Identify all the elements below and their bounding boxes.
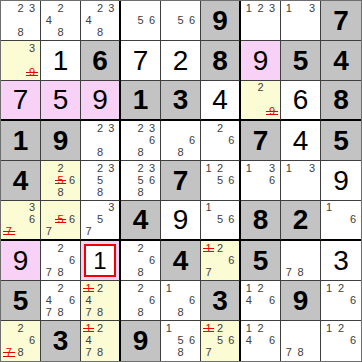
candidate-3: 3: [266, 2, 278, 14]
empty-candidate-slot: [186, 2, 198, 14]
cell-r6c5[interactable]: 9: [161, 201, 201, 241]
candidate-1: 1: [243, 282, 255, 294]
empty-candidate-slot: [146, 26, 158, 38]
cell-r5c9[interactable]: 9: [321, 161, 361, 201]
candidate-3: 3: [106, 202, 117, 214]
cell-r5c2[interactable]: 2568: [41, 161, 81, 201]
candidate-8: 8: [175, 347, 187, 359]
candidate-6: 6: [66, 294, 78, 306]
cell-r3c3[interactable]: 9: [81, 81, 121, 121]
cell-r7c2[interactable]: 2678: [41, 241, 81, 281]
cell-r6c6[interactable]: 156: [201, 201, 241, 241]
empty-candidate-slot: [323, 225, 335, 237]
empty-candidate-slot: [203, 134, 214, 146]
empty-candidate-slot: [335, 202, 347, 214]
candidates: 78: [281, 241, 320, 280]
cell-r6c7[interactable]: 8: [241, 201, 281, 241]
candidate-6: 6: [266, 334, 278, 346]
candidates: 13: [281, 1, 320, 40]
empty-candidate-slot: [255, 26, 267, 38]
empty-candidate-slot: [283, 26, 295, 38]
cell-r2c3[interactable]: 6: [81, 41, 121, 81]
given-digit: 9: [281, 281, 320, 320]
empty-candidate-slot: [135, 2, 147, 14]
empty-candidate-slot: [214, 186, 225, 198]
given-digit: 9: [201, 1, 239, 40]
candidate-5: 5: [175, 334, 187, 346]
candidate-1: 1: [323, 282, 335, 294]
cell-r8c3[interactable]: 12478: [81, 281, 121, 321]
empty-candidate-slot: [255, 294, 267, 306]
candidate-6: 6: [146, 294, 158, 306]
cell-r3c6[interactable]: 4: [201, 81, 241, 121]
eliminated-candidate-1: 1: [203, 242, 214, 254]
empty-candidate-slot: [146, 266, 158, 278]
cell-r1c9[interactable]: 7: [321, 1, 361, 41]
cell-r4c7[interactable]: 7: [241, 121, 281, 161]
empty-candidate-slot: [163, 14, 175, 26]
cell-r9c1[interactable]: 2678: [1, 321, 41, 361]
empty-candidate-slot: [26, 14, 38, 26]
cell-r9c6[interactable]: 12567: [201, 321, 241, 361]
empty-candidate-slot: [94, 14, 105, 26]
candidate-6: 6: [186, 14, 198, 26]
empty-candidate-slot: [123, 282, 135, 294]
cell-r9c7[interactable]: 1246: [241, 321, 281, 361]
empty-candidate-slot: [43, 162, 55, 174]
empty-candidate-slot: [255, 162, 267, 174]
cell-r3c8[interactable]: 6: [281, 81, 321, 121]
cell-r8c4[interactable]: 268: [121, 281, 161, 321]
cell-r7c8[interactable]: 78: [281, 241, 321, 281]
candidates: 56: [121, 1, 160, 40]
cell-r1c2[interactable]: 248: [41, 1, 81, 41]
empty-candidate-slot: [106, 214, 117, 226]
given-digit: 8: [321, 81, 361, 119]
candidate-2: 2: [55, 282, 67, 294]
empty-candidate-slot: [214, 266, 225, 278]
candidates: 12478: [81, 321, 119, 361]
candidate-2: 2: [94, 322, 105, 334]
cell-r8c2[interactable]: 24678: [41, 281, 81, 321]
cell-r3c1[interactable]: 7: [1, 81, 41, 121]
cell-r9c3[interactable]: 12478: [81, 321, 121, 361]
candidate-2: 2: [335, 282, 347, 294]
empty-candidate-slot: [94, 225, 105, 237]
empty-candidate-slot: [83, 26, 94, 38]
cell-r9c2[interactable]: 3: [41, 321, 81, 361]
candidates: 2348: [81, 1, 119, 40]
cell-r7c4[interactable]: 268: [121, 241, 161, 281]
empty-candidate-slot: [26, 54, 38, 66]
candidate-6: 6: [186, 134, 198, 146]
empty-candidate-slot: [3, 42, 15, 54]
empty-candidate-slot: [26, 347, 38, 359]
solved-digit: 9: [321, 161, 361, 200]
eliminated-candidate-1: 1: [83, 282, 94, 294]
solved-digit: 9: [241, 41, 280, 80]
empty-candidate-slot: [106, 186, 117, 198]
empty-candidate-slot: [186, 306, 198, 318]
candidate-6: 6: [347, 294, 359, 306]
empty-candidate-slot: [3, 214, 15, 226]
candidate-3: 3: [146, 162, 158, 174]
cell-r2c9[interactable]: 4: [321, 41, 361, 81]
empty-candidate-slot: [243, 26, 255, 38]
empty-candidate-slot: [203, 225, 214, 237]
cell-r1c4[interactable]: 56: [121, 1, 161, 41]
candidate-6: 6: [26, 334, 38, 346]
empty-candidate-slot: [66, 306, 78, 318]
candidate-1: 1: [163, 322, 175, 334]
cell-r4c1[interactable]: 1: [1, 121, 41, 161]
candidate-6: 6: [226, 254, 237, 266]
cell-r5c6[interactable]: 1256: [201, 161, 241, 201]
empty-candidate-slot: [283, 186, 295, 198]
empty-candidate-slot: [283, 242, 295, 254]
cell-r1c1[interactable]: 238: [1, 1, 41, 41]
empty-candidate-slot: [106, 282, 117, 294]
cell-r7c9[interactable]: 3: [321, 241, 361, 281]
cell-r7c5[interactable]: 4: [161, 241, 201, 281]
empty-candidate-slot: [214, 134, 225, 146]
cell-r5c4[interactable]: 23568: [121, 161, 161, 201]
candidate-1: 1: [243, 322, 255, 334]
empty-candidate-slot: [186, 347, 198, 359]
cell-r5c3[interactable]: 2358: [81, 161, 121, 201]
cell-r2c8[interactable]: 5: [281, 41, 321, 81]
candidate-2: 2: [255, 282, 267, 294]
empty-candidate-slot: [243, 105, 255, 117]
empty-candidate-slot: [347, 202, 359, 214]
candidates: 2678: [1, 321, 40, 361]
cell-r9c9[interactable]: 126: [321, 321, 361, 361]
cell-r5c1[interactable]: 4: [1, 161, 41, 201]
given-digit: 6: [81, 41, 119, 80]
candidate-8: 8: [55, 306, 67, 318]
candidate-2: 2: [55, 242, 67, 254]
empty-candidate-slot: [203, 334, 214, 346]
candidate-7: 7: [83, 347, 94, 359]
empty-candidate-slot: [163, 306, 175, 318]
empty-candidate-slot: [163, 347, 175, 359]
empty-candidate-slot: [15, 214, 27, 226]
candidate-8: 8: [175, 306, 187, 318]
cell-r4c8[interactable]: 4: [281, 121, 321, 161]
eliminated-candidate-7: 7: [3, 225, 15, 237]
candidates: 1246: [241, 321, 280, 361]
empty-candidate-slot: [123, 122, 135, 134]
solved-digit: 5: [41, 81, 80, 119]
empty-candidate-slot: [283, 334, 295, 346]
candidate-6: 6: [226, 174, 237, 186]
empty-candidate-slot: [123, 254, 135, 266]
cell-r8c8[interactable]: 9: [281, 281, 321, 321]
cell-r2c5[interactable]: 2: [161, 41, 201, 81]
candidate-4: 4: [83, 334, 94, 346]
empty-candidate-slot: [283, 14, 295, 26]
empty-candidate-slot: [43, 186, 55, 198]
empty-candidate-slot: [66, 202, 78, 214]
cell-r8c9[interactable]: 126: [321, 281, 361, 321]
candidate-8: 8: [135, 306, 147, 318]
cell-r1c6[interactable]: 9: [201, 1, 241, 41]
cell-r9c5[interactable]: 1568: [161, 321, 201, 361]
solved-digit: 9: [1, 241, 40, 280]
solved-digit: 6: [281, 81, 320, 119]
empty-candidate-slot: [214, 347, 225, 359]
empty-candidate-slot: [135, 254, 147, 266]
cell-r4c3[interactable]: 238: [81, 121, 121, 161]
empty-candidate-slot: [323, 214, 335, 226]
candidate-1: 1: [163, 282, 175, 294]
cell-r6c4[interactable]: 4: [121, 201, 161, 241]
cell-r1c3[interactable]: 2348: [81, 1, 121, 41]
candidate-4: 4: [243, 334, 255, 346]
candidate-6: 6: [266, 174, 278, 186]
empty-candidate-slot: [3, 322, 15, 334]
candidates: 13: [281, 161, 320, 200]
cell-r4c5[interactable]: 68: [161, 121, 201, 161]
candidate-4: 4: [243, 294, 255, 306]
candidates: 268: [121, 241, 160, 280]
candidate-6: 6: [146, 254, 158, 266]
candidate-5: 5: [214, 214, 225, 226]
empty-candidate-slot: [3, 54, 15, 66]
given-digit: 5: [241, 241, 280, 280]
cell-r8c1[interactable]: 5: [1, 281, 41, 321]
candidate-2: 2: [94, 2, 105, 14]
cell-r4c9[interactable]: 5: [321, 121, 361, 161]
empty-candidate-slot: [295, 14, 307, 26]
candidate-8: 8: [94, 146, 105, 158]
empty-candidate-slot: [295, 26, 307, 38]
sudoku-board: 2382482348565691231373916728954759134296…: [0, 0, 362, 362]
empty-candidate-slot: [295, 162, 307, 174]
cell-r1c7[interactable]: 123: [241, 1, 281, 41]
candidates: 248: [41, 1, 80, 40]
cell-r6c9[interactable]: 16: [321, 201, 361, 241]
empty-candidate-slot: [3, 14, 15, 26]
cell-r8c5[interactable]: 168: [161, 281, 201, 321]
candidate-2: 2: [214, 122, 225, 134]
empty-candidate-slot: [66, 162, 78, 174]
cell-r3c2[interactable]: 5: [41, 81, 81, 121]
empty-candidate-slot: [243, 82, 255, 94]
empty-candidate-slot: [175, 2, 187, 14]
empty-candidate-slot: [243, 94, 255, 106]
candidate-1: 1: [243, 162, 255, 174]
empty-candidate-slot: [323, 334, 335, 346]
solved-digit: 1: [41, 41, 80, 80]
empty-candidate-slot: [226, 242, 237, 254]
empty-candidate-slot: [186, 122, 198, 134]
candidates: 1267: [201, 241, 239, 280]
empty-candidate-slot: [266, 26, 278, 38]
empty-candidate-slot: [335, 214, 347, 226]
cell-r5c5[interactable]: 7: [161, 161, 201, 201]
empty-candidate-slot: [3, 26, 15, 38]
cell-r2c2[interactable]: 1: [41, 41, 81, 81]
empty-candidate-slot: [214, 254, 225, 266]
cell-r3c5[interactable]: 3: [161, 81, 201, 121]
cell-r4c4[interactable]: 2368: [121, 121, 161, 161]
empty-candidate-slot: [226, 322, 237, 334]
empty-candidate-slot: [83, 186, 94, 198]
empty-candidate-slot: [186, 26, 198, 38]
empty-candidate-slot: [347, 306, 359, 318]
empty-candidate-slot: [106, 134, 117, 146]
empty-candidate-slot: [295, 334, 307, 346]
empty-candidate-slot: [43, 2, 55, 14]
empty-candidate-slot: [106, 26, 117, 38]
empty-candidate-slot: [43, 26, 55, 38]
cell-r6c3[interactable]: 357: [81, 201, 121, 241]
empty-candidate-slot: [123, 26, 135, 38]
candidate-7: 7: [83, 306, 94, 318]
cell-r5c8[interactable]: 13: [281, 161, 321, 201]
cell-r6c1[interactable]: 367: [1, 201, 41, 241]
empty-candidate-slot: [306, 242, 318, 254]
empty-candidate-slot: [306, 186, 318, 198]
empty-candidate-slot: [243, 306, 255, 318]
candidates: 1256: [201, 161, 239, 200]
candidate-8: 8: [94, 26, 105, 38]
empty-candidate-slot: [306, 14, 318, 26]
eliminated-candidate-1: 1: [203, 322, 214, 334]
candidate-2: 2: [55, 2, 67, 14]
candidate-8: 8: [135, 266, 147, 278]
solved-digit: 4: [201, 81, 239, 119]
cell-r3c9[interactable]: 8: [321, 81, 361, 121]
candidate-2: 2: [214, 322, 225, 334]
empty-candidate-slot: [175, 134, 187, 146]
cell-r7c3[interactable]: 1: [81, 241, 121, 281]
eliminated-candidate-1: 1: [83, 322, 94, 334]
empty-candidate-slot: [123, 294, 135, 306]
empty-candidate-slot: [226, 266, 237, 278]
empty-candidate-slot: [226, 202, 237, 214]
empty-candidate-slot: [255, 306, 267, 318]
empty-candidate-slot: [175, 26, 187, 38]
empty-candidate-slot: [323, 306, 335, 318]
candidate-6: 6: [66, 214, 78, 226]
empty-candidate-slot: [43, 174, 55, 186]
empty-candidate-slot: [55, 202, 67, 214]
cell-r9c8[interactable]: 78: [281, 321, 321, 361]
empty-candidate-slot: [295, 186, 307, 198]
candidate-2: 2: [15, 2, 27, 14]
empty-candidate-slot: [123, 134, 135, 146]
empty-candidate-slot: [295, 254, 307, 266]
cell-r3c7[interactable]: 29: [241, 81, 281, 121]
cell-r2c1[interactable]: 39: [1, 41, 41, 81]
candidate-6: 6: [347, 334, 359, 346]
empty-candidate-slot: [306, 266, 318, 278]
empty-candidate-slot: [55, 14, 67, 26]
empty-candidate-slot: [123, 174, 135, 186]
empty-candidate-slot: [123, 186, 135, 198]
empty-candidate-slot: [186, 146, 198, 158]
cell-r6c2[interactable]: 567: [41, 201, 81, 241]
candidate-7: 7: [43, 306, 55, 318]
cell-r2c7[interactable]: 9: [241, 41, 281, 81]
empty-candidate-slot: [123, 146, 135, 158]
candidates: 136: [241, 161, 280, 200]
candidate-4: 4: [83, 14, 94, 26]
cell-r9c4[interactable]: 9: [121, 321, 161, 361]
candidates: 26: [201, 121, 239, 160]
given-digit: 4: [321, 41, 361, 80]
cell-r7c7[interactable]: 5: [241, 241, 281, 281]
empty-candidate-slot: [15, 202, 27, 214]
cell-r5c7[interactable]: 136: [241, 161, 281, 201]
given-digit: 8: [241, 201, 280, 239]
candidate-6: 6: [186, 294, 198, 306]
cell-r1c8[interactable]: 13: [281, 1, 321, 41]
empty-candidate-slot: [55, 254, 67, 266]
candidates: 23568: [121, 161, 160, 200]
empty-candidate-slot: [15, 14, 27, 26]
empty-candidate-slot: [175, 122, 187, 134]
cell-r8c6[interactable]: 3: [201, 281, 241, 321]
cell-r2c4[interactable]: 7: [121, 41, 161, 81]
cell-r7c1[interactable]: 9: [1, 241, 41, 281]
empty-candidate-slot: [203, 254, 214, 266]
candidate-1: 1: [323, 322, 335, 334]
empty-candidate-slot: [175, 294, 187, 306]
cell-r1c5[interactable]: 56: [161, 1, 201, 41]
empty-candidate-slot: [106, 174, 117, 186]
cell-r6c8[interactable]: 2: [281, 201, 321, 241]
empty-candidate-slot: [203, 174, 214, 186]
candidate-1: 1: [203, 162, 214, 174]
given-digit: 5: [1, 281, 40, 320]
cell-r4c6[interactable]: 26: [201, 121, 241, 161]
empty-candidate-slot: [43, 202, 55, 214]
empty-candidate-slot: [226, 186, 237, 198]
cell-r3c4[interactable]: 1: [121, 81, 161, 121]
empty-candidate-slot: [26, 225, 38, 237]
cell-r7c6[interactable]: 1267: [201, 241, 241, 281]
given-digit: 5: [281, 41, 320, 80]
candidate-7: 7: [83, 225, 94, 237]
empty-candidate-slot: [335, 306, 347, 318]
empty-candidate-slot: [66, 26, 78, 38]
candidates: 12567: [201, 321, 239, 361]
empty-candidate-slot: [266, 282, 278, 294]
eliminated-candidate-9: 9: [26, 66, 38, 78]
candidate-2: 2: [94, 122, 105, 134]
empty-candidate-slot: [255, 334, 267, 346]
candidates: 123: [241, 1, 280, 40]
empty-candidate-slot: [163, 122, 175, 134]
candidates: 1246: [241, 281, 280, 320]
empty-candidate-slot: [295, 2, 307, 14]
given-digit: 4: [121, 201, 160, 239]
given-digit: 3: [41, 321, 80, 361]
candidate-8: 8: [295, 266, 307, 278]
empty-candidate-slot: [266, 306, 278, 318]
empty-candidate-slot: [106, 294, 117, 306]
cell-r8c7[interactable]: 1246: [241, 281, 281, 321]
empty-candidate-slot: [306, 26, 318, 38]
empty-candidate-slot: [66, 225, 78, 237]
cell-r2c6[interactable]: 8: [201, 41, 241, 81]
given-digit: 9: [41, 121, 80, 160]
empty-candidate-slot: [203, 214, 214, 226]
cell-r4c2[interactable]: 9: [41, 121, 81, 161]
